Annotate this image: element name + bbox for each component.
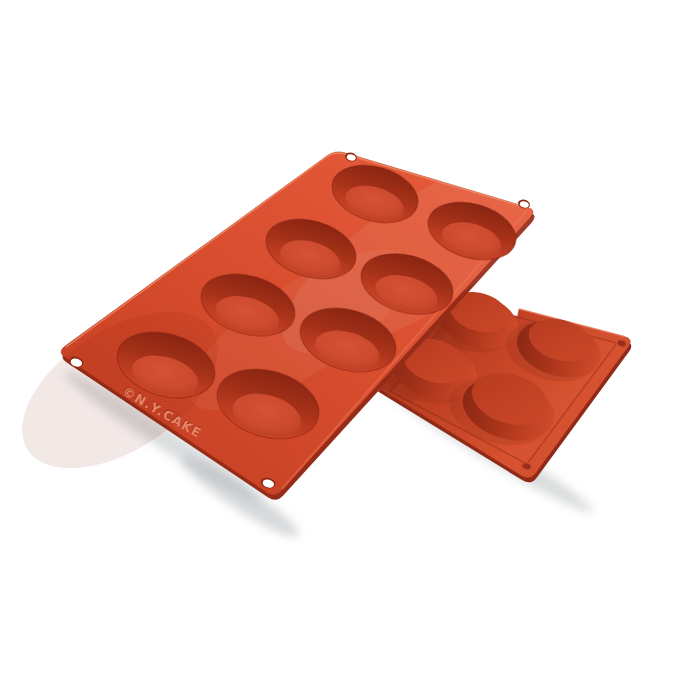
silicone-mold-scene: ©N.Y.CAKE ©N.Y.CAKE [0, 0, 700, 700]
product-photo-stage: ©N.Y.CAKE ©N.Y.CAKE [0, 0, 700, 700]
